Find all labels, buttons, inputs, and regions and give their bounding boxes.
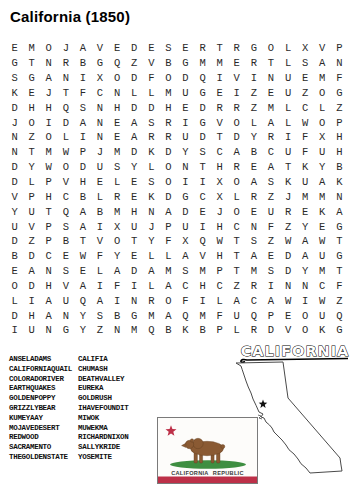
grid-cell: N xyxy=(297,279,314,294)
grid-cell: T xyxy=(262,56,279,71)
grid-cell: N xyxy=(40,56,57,71)
grid-cell: B xyxy=(245,145,262,160)
grid-cell: T xyxy=(331,264,348,279)
grid-cell: Z xyxy=(91,323,108,338)
grid-cell: I xyxy=(177,175,194,190)
grid-cell: N xyxy=(262,71,279,86)
grid-cell: U xyxy=(297,175,314,190)
grid-cell: D xyxy=(126,41,143,56)
grid-cell: L xyxy=(280,100,297,115)
grid-cell: Y xyxy=(297,264,314,279)
grid-cell: A xyxy=(40,308,57,323)
grid-cell: M xyxy=(160,86,177,101)
grid-cell: D xyxy=(143,100,160,115)
grid-cell: U xyxy=(6,219,23,234)
grid-cell: D xyxy=(160,145,177,160)
grid-cell: T xyxy=(74,234,91,249)
california-header-text: CALIFORNIA xyxy=(241,343,350,359)
grid-cell: H xyxy=(23,100,40,115)
grid-cell: Z xyxy=(297,86,314,101)
word-item: MUWEKMA xyxy=(78,424,128,434)
grid-cell: I xyxy=(211,71,228,86)
grid-cell: A xyxy=(40,293,57,308)
grid-cell: N xyxy=(91,100,108,115)
grid-cell: C xyxy=(228,219,245,234)
grid-cell: Q xyxy=(331,308,348,323)
grid-cell: R xyxy=(143,130,160,145)
grid-cell: M xyxy=(40,145,57,160)
grid-cell: A xyxy=(91,293,108,308)
grid-cell: H xyxy=(40,100,57,115)
grid-cell: D xyxy=(6,175,23,190)
grid-cell: E xyxy=(280,308,297,323)
grid-cell: I xyxy=(194,219,211,234)
grid-cell: Y xyxy=(177,145,194,160)
grid-cell: E xyxy=(297,71,314,86)
grid-cell: T xyxy=(40,204,57,219)
grid-cell: M xyxy=(194,308,211,323)
grid-cell: O xyxy=(297,323,314,338)
grid-cell: L xyxy=(314,100,331,115)
grid-cell: A xyxy=(262,115,279,130)
grid-cell: M xyxy=(109,145,126,160)
grid-cell: U xyxy=(262,204,279,219)
grid-cell: F xyxy=(91,249,108,264)
grid-cell: L xyxy=(228,323,245,338)
grid-cell: L xyxy=(109,175,126,190)
grid-cell: F xyxy=(74,86,91,101)
grid-cell: F xyxy=(331,279,348,294)
grid-cell: J xyxy=(91,145,108,160)
grid-cell: P xyxy=(23,189,40,204)
word-item: SALLYKRIDE xyxy=(78,443,128,453)
grid-cell: O xyxy=(228,115,245,130)
grid-cell: A xyxy=(314,175,331,190)
grid-cell: K xyxy=(177,323,194,338)
grid-cell: S xyxy=(74,100,91,115)
grid-cell: T xyxy=(280,160,297,175)
grid-cell: J xyxy=(57,41,74,56)
grid-cell: A xyxy=(160,204,177,219)
grass-plot xyxy=(170,460,246,468)
grid-cell: X xyxy=(177,234,194,249)
grid-cell: D xyxy=(126,100,143,115)
grid-cell: S xyxy=(262,175,279,190)
grid-cell: N xyxy=(91,115,108,130)
grid-cell: A xyxy=(160,308,177,323)
grid-cell: V xyxy=(228,71,245,86)
grid-cell: N xyxy=(109,323,126,338)
grid-cell: V xyxy=(23,219,40,234)
grid-cell: N xyxy=(331,56,348,71)
grid-cell: B xyxy=(331,160,348,175)
grid-cell: C xyxy=(245,293,262,308)
grid-cell: U xyxy=(177,219,194,234)
grid-cell: V xyxy=(280,323,297,338)
grid-cell: P xyxy=(211,264,228,279)
grid-cell: D xyxy=(23,279,40,294)
grid-cell: N xyxy=(143,204,160,219)
grid-cell: O xyxy=(160,71,177,86)
grid-cell: N xyxy=(6,130,23,145)
grid-cell: V xyxy=(194,249,211,264)
grid-cell: L xyxy=(211,293,228,308)
grid-cell: L xyxy=(143,279,160,294)
grid-cell: H xyxy=(160,100,177,115)
grid-cell: I xyxy=(194,293,211,308)
grid-cell: I xyxy=(109,293,126,308)
grid-cell: D xyxy=(6,100,23,115)
grid-cell: A xyxy=(74,115,91,130)
grid-cell: L xyxy=(280,41,297,56)
grid-cell: R xyxy=(245,56,262,71)
grid-cell: F xyxy=(262,219,279,234)
grid-cell: M xyxy=(314,264,331,279)
grid-cell: G xyxy=(331,323,348,338)
grid-cell: L xyxy=(280,56,297,71)
grid-cell: S xyxy=(143,115,160,130)
grid-cell: E xyxy=(262,249,279,264)
grid-cell: E xyxy=(211,86,228,101)
grid-cell: G xyxy=(331,219,348,234)
grid-cell: L xyxy=(91,264,108,279)
grid-cell: X xyxy=(211,175,228,190)
grid-cell: P xyxy=(40,219,57,234)
grid-cell: L xyxy=(143,86,160,101)
grid-cell: G xyxy=(57,323,74,338)
grid-cell: S xyxy=(6,71,23,86)
grid-cell: D xyxy=(126,145,143,160)
grid-cell: E xyxy=(245,204,262,219)
word-item: GOLDRUSH xyxy=(78,394,128,404)
grid-cell: D xyxy=(126,71,143,86)
word-item: CALIFIA xyxy=(78,355,128,365)
grid-cell: P xyxy=(211,323,228,338)
grid-cell: D xyxy=(280,264,297,279)
grid-cell: O xyxy=(228,204,245,219)
grid-cell: O xyxy=(160,175,177,190)
grid-cell: P xyxy=(331,41,348,56)
grid-cell: Q xyxy=(74,293,91,308)
grid-cell: C xyxy=(211,279,228,294)
grid-cell: K xyxy=(331,175,348,190)
grid-cell: A xyxy=(74,219,91,234)
grid-cell: Z xyxy=(262,234,279,249)
grid-cell: N xyxy=(40,323,57,338)
grid-cell: O xyxy=(160,293,177,308)
grid-cell: Z xyxy=(23,130,40,145)
word-item: CHUMASH xyxy=(78,365,128,375)
grid-cell: L xyxy=(160,249,177,264)
grid-cell: N xyxy=(57,71,74,86)
grid-cell: Y xyxy=(126,160,143,175)
grid-cell: A xyxy=(177,249,194,264)
grid-cell: W xyxy=(57,145,74,160)
grid-cell: E xyxy=(91,175,108,190)
grid-cell: H xyxy=(331,145,348,160)
word-item: KUMEYAAY xyxy=(9,414,78,424)
grid-cell: K xyxy=(280,175,297,190)
word-item: REDWOOD xyxy=(9,433,78,443)
grid-cell: Z xyxy=(23,234,40,249)
grid-cell: M xyxy=(23,41,40,56)
grid-cell: U xyxy=(91,160,108,175)
grid-cell: B xyxy=(57,234,74,249)
grid-cell: W xyxy=(280,234,297,249)
grid-cell: G xyxy=(126,308,143,323)
grid-cell: S xyxy=(57,219,74,234)
grid-cell: S xyxy=(194,145,211,160)
grid-cell: B xyxy=(91,204,108,219)
grid-cell: U xyxy=(23,204,40,219)
grid-cell: Y xyxy=(23,160,40,175)
grid-cell: F xyxy=(143,71,160,86)
grid-cell: G xyxy=(194,86,211,101)
grid-cell: M xyxy=(160,264,177,279)
grid-cell: F xyxy=(211,308,228,323)
grid-cell: E xyxy=(74,264,91,279)
grid-cell: D xyxy=(23,249,40,264)
grid-cell: A xyxy=(262,293,279,308)
word-item: YOSEMITE xyxy=(78,453,128,463)
grid-cell: Y xyxy=(74,308,91,323)
grid-cell: A xyxy=(143,264,160,279)
grid-cell: G xyxy=(331,86,348,101)
grid-cell: T xyxy=(126,234,143,249)
grid-cell: E xyxy=(126,175,143,190)
grid-cell: P xyxy=(40,175,57,190)
grid-cell: V xyxy=(57,279,74,294)
grid-cell: O xyxy=(40,130,57,145)
grid-cell: G xyxy=(194,115,211,130)
grid-cell: P xyxy=(331,115,348,130)
grid-cell: N xyxy=(245,219,262,234)
grid-cell: X xyxy=(91,71,108,86)
grid-cell: V xyxy=(57,175,74,190)
grid-cell: B xyxy=(160,56,177,71)
grid-cell: Z xyxy=(262,189,279,204)
grid-cell: R xyxy=(228,41,245,56)
grid-cell: Y xyxy=(314,160,331,175)
grid-cell: C xyxy=(297,100,314,115)
grid-cell: I xyxy=(91,279,108,294)
grid-cell: M xyxy=(194,56,211,71)
grid-cell: O xyxy=(23,115,40,130)
word-item: IHAVEFOUNDIT xyxy=(78,404,128,414)
grid-cell: A xyxy=(126,115,143,130)
grid-cell: Q xyxy=(194,71,211,86)
grid-cell: S xyxy=(109,160,126,175)
grid-cell: E xyxy=(57,249,74,264)
grid-cell: I xyxy=(297,293,314,308)
grid-cell: V xyxy=(211,115,228,130)
grid-cell: O xyxy=(57,160,74,175)
grid-cell: A xyxy=(74,41,91,56)
grid-cell: G xyxy=(177,189,194,204)
grid-cell: U xyxy=(177,86,194,101)
grid-cell: S xyxy=(160,41,177,56)
grid-cell: U xyxy=(314,308,331,323)
grid-cell: I xyxy=(126,279,143,294)
grid-cell: M xyxy=(262,100,279,115)
grid-cell: R xyxy=(109,189,126,204)
grid-cell: H xyxy=(40,189,57,204)
grid-cell: E xyxy=(245,160,262,175)
grid-cell: B xyxy=(109,308,126,323)
grid-cell: E xyxy=(262,86,279,101)
grid-cell: T xyxy=(23,56,40,71)
grid-cell: G xyxy=(245,41,262,56)
grid-cell: A xyxy=(126,130,143,145)
grid-cell: F xyxy=(177,293,194,308)
grid-cell: T xyxy=(228,264,245,279)
grid-cell: S xyxy=(297,56,314,71)
word-item: EUREKA xyxy=(78,384,128,394)
grid-cell: W xyxy=(40,160,57,175)
grid-cell: T xyxy=(331,234,348,249)
grid-cell: N xyxy=(126,293,143,308)
grid-cell: R xyxy=(262,130,279,145)
grid-cell: B xyxy=(74,56,91,71)
grid-cell: L xyxy=(143,160,160,175)
grid-cell: Q xyxy=(194,234,211,249)
grid-cell: A xyxy=(245,249,262,264)
grid-cell: X xyxy=(211,189,228,204)
word-item: GRIZZLYBEAR xyxy=(9,404,78,414)
grid-cell: A xyxy=(262,160,279,175)
grid-cell: E xyxy=(297,204,314,219)
grid-cell: C xyxy=(314,279,331,294)
grid-cell: V xyxy=(314,41,331,56)
grid-cell: S xyxy=(245,234,262,249)
grid-cell: L xyxy=(245,115,262,130)
grid-cell: D xyxy=(194,130,211,145)
grid-cell: S xyxy=(177,264,194,279)
grid-cell: V xyxy=(91,41,108,56)
grid-cell: I xyxy=(177,115,194,130)
grid-cell: Q xyxy=(57,204,74,219)
grid-cell: L xyxy=(228,189,245,204)
grid-cell: O xyxy=(6,279,23,294)
grid-cell: M xyxy=(143,308,160,323)
grid-cell: A xyxy=(23,264,40,279)
grid-cell: R xyxy=(160,115,177,130)
grid-cell: T xyxy=(211,130,228,145)
grid-cell: E xyxy=(194,204,211,219)
grid-cell: G xyxy=(177,56,194,71)
grid-cell: A xyxy=(160,279,177,294)
grid-cell: A xyxy=(331,204,348,219)
word-list-column-2: CALIFIACHUMASHDEATHVALLEYEUREKAGOLDRUSHI… xyxy=(78,355,128,463)
grid-cell: N xyxy=(177,160,194,175)
grid-cell: Z xyxy=(280,219,297,234)
grid-cell: K xyxy=(314,204,331,219)
grid-cell: J xyxy=(211,204,228,219)
grid-cell: P xyxy=(40,234,57,249)
grid-cell: Q xyxy=(109,56,126,71)
grid-cell: Z xyxy=(245,100,262,115)
grid-cell: D xyxy=(177,204,194,219)
grid-cell: A xyxy=(74,204,91,219)
grid-cell: F xyxy=(297,130,314,145)
grid-cell: R xyxy=(57,56,74,71)
grid-cell: U xyxy=(280,86,297,101)
grid-cell: W xyxy=(297,115,314,130)
grid-cell: S xyxy=(143,175,160,190)
word-list: ANSELADAMSCALIFORNIAQUAILCOLORADORIVEREA… xyxy=(9,355,128,463)
grid-cell: C xyxy=(40,249,57,264)
grid-cell: U xyxy=(126,219,143,234)
grid-cell: H xyxy=(74,175,91,190)
grid-cell: R xyxy=(143,293,160,308)
grid-cell: O xyxy=(109,234,126,249)
grid-cell: Y xyxy=(6,204,23,219)
grid-cell: A xyxy=(314,56,331,71)
page-title: California (1850) xyxy=(10,8,130,25)
grid-cell: U xyxy=(57,293,74,308)
grid-cell: R xyxy=(228,100,245,115)
worksheet-page: { "game": "word-search", "title": "Calif… xyxy=(0,0,354,500)
grid-cell: W xyxy=(74,249,91,264)
grid-cell: Z xyxy=(331,100,348,115)
word-item: EARTHQUAKES xyxy=(9,384,78,394)
grid-cell: E xyxy=(6,264,23,279)
grid-cell: N xyxy=(280,279,297,294)
grid-cell: W xyxy=(314,293,331,308)
grid-cell: O xyxy=(109,71,126,86)
flag-stripe xyxy=(158,477,257,484)
word-list-column-1: ANSELADAMSCALIFORNIAQUAILCOLORADORIVEREA… xyxy=(9,355,78,463)
grid-cell: E xyxy=(228,56,245,71)
grid-cell: R xyxy=(245,279,262,294)
grid-cell: E xyxy=(143,41,160,56)
grid-cell: D xyxy=(6,308,23,323)
grid-cell: C xyxy=(177,279,194,294)
grid-cell: E xyxy=(126,249,143,264)
grid-cell: W xyxy=(280,293,297,308)
grid-cell: T xyxy=(194,160,211,175)
grid-cell: B xyxy=(6,249,23,264)
grid-cell: L xyxy=(280,115,297,130)
grid-cell: C xyxy=(57,189,74,204)
grid-cell: O xyxy=(40,41,57,56)
grid-cell: J xyxy=(6,115,23,130)
grid-cell: O xyxy=(314,86,331,101)
grid-cell: S xyxy=(57,264,74,279)
grid-cell: T xyxy=(211,41,228,56)
grid-cell: E xyxy=(314,219,331,234)
grid-cell: H xyxy=(126,204,143,219)
grid-cell: U xyxy=(228,308,245,323)
grid-cell: H xyxy=(40,279,57,294)
grid-cell: T xyxy=(57,86,74,101)
grid-cell: F xyxy=(109,279,126,294)
word-item: CALIFORNIAQUAIL xyxy=(9,365,78,375)
grid-cell: F xyxy=(160,234,177,249)
grid-cell: I xyxy=(6,323,23,338)
grid-cell: V xyxy=(91,234,108,249)
grid-cell: G xyxy=(6,56,23,71)
grid-cell: U xyxy=(314,145,331,160)
letter-grid: EMOJAVEDESERTRGOLXVPGTNRBGQZVBGMMERTLSAN… xyxy=(6,41,348,338)
grid-cell: U xyxy=(23,323,40,338)
grid-cell: R xyxy=(245,323,262,338)
grid-cell: O xyxy=(160,160,177,175)
grid-cell: A xyxy=(297,234,314,249)
grid-cell: Z xyxy=(331,293,348,308)
word-item: MIWOK xyxy=(78,414,128,424)
grid-cell: E xyxy=(109,41,126,56)
